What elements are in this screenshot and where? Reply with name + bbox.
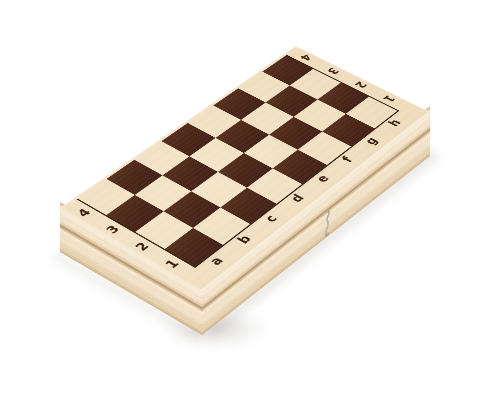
product-photo: 4321 4321 abcdefgh [0, 0, 500, 400]
metal-clasp-hook-icon [323, 208, 332, 243]
